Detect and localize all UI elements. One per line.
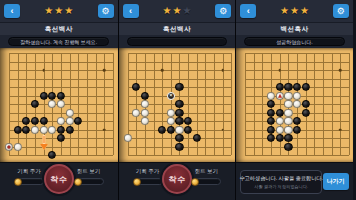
hoshi-star-point (221, 69, 224, 72)
star-filled-icon: ★ (172, 6, 181, 16)
black-stone (141, 91, 149, 99)
white-stone (132, 108, 140, 116)
grid-line-vertical (205, 53, 206, 155)
white-stone (284, 108, 292, 116)
grid-line-horizontal (245, 138, 349, 139)
black-stone (40, 91, 48, 99)
view-hint-cost-pill[interactable] (191, 178, 221, 186)
white-stone (65, 117, 73, 125)
black-stone (293, 125, 301, 133)
black-stone (74, 117, 82, 125)
white-stone (167, 117, 175, 125)
black-stone (158, 125, 166, 133)
black-stone (22, 125, 30, 133)
grid-line-vertical (113, 53, 114, 155)
hoshi-star-point (42, 69, 45, 72)
star-rating: ★★★ (44, 6, 73, 16)
settings-gear-button[interactable]: ⚙ (98, 4, 114, 18)
white-stone (284, 117, 292, 125)
black-stone (57, 134, 65, 142)
white-stone (293, 91, 301, 99)
white-stone (267, 91, 275, 99)
white-stone (167, 108, 175, 116)
status-toast-text: 성공하였습니다. (276, 39, 312, 45)
black-stone (267, 117, 275, 125)
black-stone (31, 100, 39, 108)
black-stone (276, 108, 284, 116)
star-filled-icon: ★ (44, 6, 53, 16)
black-stone (267, 108, 275, 116)
go-board[interactable]: × (119, 48, 236, 162)
black-stone (175, 83, 183, 91)
place-stone-button-label: 착수 (50, 174, 67, 185)
grid-line-horizontal (9, 147, 113, 148)
app-screenshot: ‹★★★⚙흑선백사잘하셨습니다. 계속 진행해 보세요.기회 추가힌트 보기착수… (0, 0, 356, 200)
top-bar: ‹★★★⚙ (119, 0, 236, 22)
black-stone (293, 117, 301, 125)
back-button[interactable]: ‹ (123, 4, 139, 18)
grid-line-horizontal (245, 113, 349, 114)
black-stone (302, 83, 310, 91)
black-stone (40, 117, 48, 125)
hoshi-star-point (103, 128, 106, 131)
grid-line-vertical (332, 53, 333, 155)
coin-icon (133, 178, 141, 186)
exit-button[interactable]: 나가기 (323, 173, 349, 190)
grid-line-vertical (96, 53, 97, 155)
status-toast: 성공하였습니다. (244, 37, 344, 46)
black-stone (175, 100, 183, 108)
grid-line-horizontal (128, 155, 232, 156)
black-stone (175, 134, 183, 142)
toast-zone: 성공하였습니다. (236, 35, 353, 48)
result-message-box: 수고하셨습니다. 사활을 종료합니다.사활 결과가 저장되었습니다. (240, 170, 322, 194)
grid-line-vertical (70, 53, 71, 155)
star-rating: ★★★ (280, 6, 309, 16)
add-chance-cost-pill[interactable] (133, 178, 163, 186)
black-stone (175, 117, 183, 125)
back-button[interactable]: ‹ (240, 4, 256, 18)
add-chance-label: 기회 추가 (136, 168, 160, 175)
white-stone (57, 100, 65, 108)
puzzle-title-bar: 흑선백사 (119, 22, 236, 35)
black-stone (132, 83, 140, 91)
black-stone (293, 83, 301, 91)
coin-icon (14, 178, 22, 186)
white-stone (141, 108, 149, 116)
black-stone (48, 91, 56, 99)
white-stone (124, 134, 132, 142)
coin-icon (74, 178, 82, 186)
top-bar: ‹★★★⚙ (0, 0, 118, 22)
hoshi-star-point (161, 69, 164, 72)
star-filled-icon: ★ (64, 6, 73, 16)
white-stone (284, 91, 292, 99)
star-filled-icon: ★ (300, 6, 309, 16)
grid-line-vertical (323, 53, 324, 155)
result-message: 수고하셨습니다. 사활을 종료합니다. (239, 175, 323, 182)
view-hint-label: 힌트 보기 (194, 168, 218, 175)
white-stone (276, 125, 284, 133)
black-stone (302, 108, 310, 116)
black-stone (267, 134, 275, 142)
black-stone (267, 100, 275, 108)
status-toast: 잘하셨습니다. 계속 진행해 보세요. (8, 37, 109, 46)
white-stone (141, 100, 149, 108)
star-filled-icon: ★ (280, 6, 289, 16)
star-empty-icon: ★ (182, 6, 191, 16)
grid-line-horizontal (245, 147, 349, 148)
bottom-bar: 기회 추가힌트 보기착수 (119, 162, 236, 200)
bottom-bar: 수고하셨습니다. 사활을 종료합니다.사활 결과가 저장되었습니다.나가기 (236, 162, 353, 200)
view-hint-label: 힌트 보기 (77, 168, 101, 175)
grid-line-vertical (231, 53, 232, 155)
view-hint-price-field (195, 178, 221, 185)
black-stone (193, 134, 201, 142)
black-stone (14, 125, 22, 133)
back-button[interactable]: ‹ (4, 4, 20, 18)
grid-line-vertical (214, 53, 215, 155)
hoshi-star-point (339, 128, 342, 131)
puzzle-title-bar: 흑선백사 (0, 22, 118, 35)
black-stone (267, 125, 275, 133)
view-hint-cost-pill[interactable] (74, 178, 104, 186)
star-filled-icon: ★ (162, 6, 171, 16)
white-stone (31, 125, 39, 133)
black-stone (175, 142, 183, 150)
screen-2: ‹★★★⚙흑선백사×기회 추가힌트 보기착수 (118, 0, 236, 200)
grid-line-vertical (314, 53, 315, 155)
black-stone (184, 117, 192, 125)
star-filled-icon: ★ (54, 6, 63, 16)
grid-line-horizontal (9, 113, 113, 114)
black-stone (284, 142, 292, 150)
result-submessage: 사활 결과가 저장되었습니다. (254, 184, 308, 189)
grid-line-vertical (87, 53, 88, 155)
white-stone (57, 117, 65, 125)
screen-1: ‹★★★⚙흑선백사잘하셨습니다. 계속 진행해 보세요.기회 추가힌트 보기착수 (0, 0, 118, 200)
star-filled-icon: ★ (290, 6, 299, 16)
go-board[interactable] (0, 48, 118, 162)
star-rating: ★★★ (162, 6, 191, 16)
white-stone (40, 125, 48, 133)
black-stone (302, 100, 310, 108)
puzzle-title: 흑선백사 (45, 25, 73, 34)
hoshi-star-point (103, 69, 106, 72)
black-stone (276, 134, 284, 142)
place-stone-button-label: 착수 (168, 174, 185, 185)
white-stone (14, 142, 22, 150)
black-stone (65, 125, 73, 133)
grid-line-vertical (349, 53, 350, 155)
grid-line-horizontal (9, 155, 113, 156)
place-stone-button[interactable]: 착수 (44, 164, 74, 194)
puzzle-title: 백선흑사 (280, 25, 308, 34)
black-stone (175, 108, 183, 116)
black-stone (57, 91, 65, 99)
hoshi-star-point (278, 69, 281, 72)
last-move-triangle-marker (278, 93, 282, 97)
screen-3: ‹★★★⚙백선흑사성공하였습니다.수고하셨습니다. 사활을 종료합니다.사활 결… (235, 0, 353, 200)
white-stone (48, 125, 56, 133)
grid-line-vertical (188, 53, 189, 155)
white-stone (293, 100, 301, 108)
add-chance-cost-pill[interactable] (14, 178, 44, 186)
toast-zone: 잘하셨습니다. 계속 진행해 보세요. (0, 35, 118, 48)
black-stone (22, 117, 30, 125)
coin-icon (191, 178, 199, 186)
top-bar: ‹★★★⚙ (236, 0, 353, 22)
add-chance-label: 기회 추가 (17, 168, 41, 175)
black-stone (284, 134, 292, 142)
black-stone (31, 117, 39, 125)
status-toast (127, 37, 227, 46)
bottom-bar: 기회 추가힌트 보기착수 (0, 162, 118, 200)
white-stone (141, 117, 149, 125)
grid-line-vertical (78, 53, 79, 155)
settings-gear-button[interactable]: ⚙ (215, 4, 231, 18)
settings-gear-button[interactable]: ⚙ (333, 4, 349, 18)
status-toast-text: 잘하셨습니다. 계속 진행해 보세요. (20, 39, 97, 45)
black-stone (284, 83, 292, 91)
black-stone (167, 125, 175, 133)
toast-zone (119, 35, 236, 48)
white-stone (276, 117, 284, 125)
puzzle-title-bar: 백선흑사 (236, 22, 353, 35)
white-stone (48, 100, 56, 108)
black-stone (276, 83, 284, 91)
puzzle-title: 흑선백사 (163, 25, 191, 34)
grid-line-horizontal (245, 155, 349, 156)
hoshi-star-point (339, 69, 342, 72)
exit-button-label: 나가기 (327, 177, 345, 186)
white-stone (284, 100, 292, 108)
wrong-move-x-marker: × (167, 92, 175, 100)
go-board[interactable] (236, 48, 353, 162)
white-stone (65, 108, 73, 116)
white-stone (284, 125, 292, 133)
black-stone (48, 151, 56, 159)
place-stone-button[interactable]: 착수 (162, 164, 192, 194)
black-stone (57, 125, 65, 133)
hoshi-star-point (221, 128, 224, 131)
black-stone (184, 125, 192, 133)
white-stone (175, 125, 183, 133)
